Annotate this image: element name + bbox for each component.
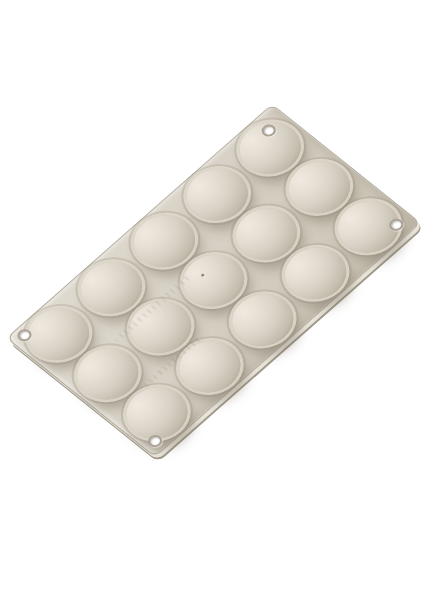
silicone-mold (6, 104, 421, 458)
cavity-grid (8, 105, 420, 456)
vent-dot (200, 274, 205, 278)
product-photo-canvas: Product photo on a plain white backgroun… (0, 0, 424, 600)
